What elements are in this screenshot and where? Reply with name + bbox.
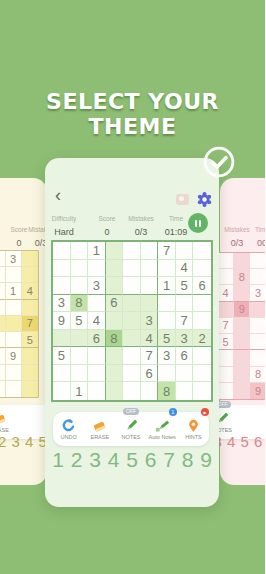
mistakes-value: 0/3	[123, 227, 159, 237]
numpad-digit-9[interactable]: 9	[197, 448, 215, 472]
back-button[interactable]: ‹	[55, 186, 61, 204]
sudoku-cell[interactable]	[141, 295, 159, 313]
sudoku-cell[interactable]: 3	[158, 347, 176, 365]
auto-notes-icon	[155, 418, 170, 433]
sudoku-cell[interactable]	[193, 295, 211, 313]
sudoku-cell[interactable]	[193, 312, 211, 330]
hints-ad-badge: ▶	[201, 408, 209, 416]
sudoku-cell[interactable]	[53, 277, 71, 295]
sudoku-cell[interactable]	[250, 334, 265, 350]
difficulty-stat: Difficulty Hard	[45, 215, 83, 237]
sudoku-cell[interactable]: 5	[53, 347, 71, 365]
sudoku-cell[interactable]	[123, 277, 141, 295]
sudoku-cell[interactable]	[234, 253, 250, 269]
sudoku-cell[interactable]: 5	[71, 312, 89, 330]
sudoku-cell[interactable]	[193, 347, 211, 365]
sudoku-cell[interactable]	[123, 260, 141, 278]
sudoku-cell[interactable]	[234, 350, 250, 366]
numpad-digit-5[interactable]: 5	[123, 448, 141, 472]
hints-button[interactable]: ▶ HINTS	[178, 412, 209, 446]
sudoku-cell[interactable]	[106, 242, 124, 260]
sudoku-cell[interactable]	[53, 260, 71, 278]
sudoku-cell[interactable]	[71, 242, 89, 260]
score-value: 0	[89, 227, 125, 237]
sudoku-cell[interactable]	[88, 260, 106, 278]
sudoku-cell[interactable]	[6, 332, 22, 348]
sudoku-cell[interactable]	[193, 365, 211, 383]
sudoku-cell[interactable]	[53, 365, 71, 383]
sudoku-cell[interactable]	[158, 365, 176, 383]
sudoku-cell[interactable]	[71, 277, 89, 295]
sudoku-cell[interactable]: 3	[250, 285, 265, 301]
numpad-digit-7[interactable]: 7	[160, 448, 178, 472]
sudoku-cell[interactable]	[123, 330, 141, 348]
sudoku-cell[interactable]: 7	[22, 316, 38, 332]
sudoku-cell[interactable]	[123, 312, 141, 330]
sudoku-cell[interactable]	[22, 267, 38, 283]
sudoku-cell[interactable]	[123, 347, 141, 365]
theme-icon[interactable]	[176, 194, 189, 205]
sudoku-cell[interactable]: 7	[158, 242, 176, 260]
sudoku-cell[interactable]	[218, 367, 234, 383]
sudoku-cell[interactable]	[176, 365, 194, 383]
sudoku-cell[interactable]: 8	[71, 295, 89, 313]
sudoku-cell[interactable]: 9	[234, 302, 250, 318]
numpad-digit-8[interactable]: 8	[179, 448, 197, 472]
theme-card-pink[interactable]: Mistakes 0/3 Time 00 84397589 OFF NOTES	[220, 178, 265, 485]
notes-off-badge: OFF	[123, 408, 139, 415]
sudoku-cell[interactable]	[106, 312, 124, 330]
sudoku-cell[interactable]	[53, 242, 71, 260]
sudoku-cell[interactable]: 4	[141, 330, 159, 348]
hint-lamp-icon	[186, 418, 201, 433]
sudoku-cell[interactable]	[234, 334, 250, 350]
numpad-digit-5[interactable]: 5	[238, 433, 252, 450]
sudoku-cell[interactable]	[123, 382, 141, 400]
numpad-digit-4[interactable]: 4	[225, 433, 239, 450]
sudoku-cell[interactable]	[71, 365, 89, 383]
sudoku-cell[interactable]: 2	[193, 330, 211, 348]
sudoku-cell[interactable]: 6	[193, 277, 211, 295]
sudoku-cell[interactable]	[53, 330, 71, 348]
sudoku-cell[interactable]: 1	[158, 277, 176, 295]
sudoku-cell[interactable]	[106, 382, 124, 400]
sudoku-cell[interactable]	[218, 253, 234, 269]
sudoku-cell[interactable]	[193, 242, 211, 260]
time-label: Time	[244, 226, 265, 233]
numpad-digit-4[interactable]: 4	[23, 433, 37, 450]
sudoku-cell[interactable]	[88, 365, 106, 383]
sudoku-cell[interactable]	[234, 367, 250, 383]
sudoku-cell[interactable]	[6, 381, 22, 397]
sudoku-cell[interactable]	[141, 277, 159, 295]
sudoku-cell[interactable]: 9	[53, 312, 71, 330]
erase-button[interactable]: ERASE	[84, 412, 115, 446]
sudoku-cell[interactable]	[22, 300, 38, 316]
sudoku-cell[interactable]	[71, 330, 89, 348]
sudoku-cell[interactable]	[141, 382, 159, 400]
sudoku-cell[interactable]: 8	[250, 367, 265, 383]
sudoku-cell[interactable]: 3	[176, 330, 194, 348]
eraser-icon	[0, 411, 7, 426]
difficulty-value: Hard	[45, 227, 83, 237]
sudoku-cell[interactable]	[22, 348, 38, 364]
undo-button[interactable]: UNDO	[53, 412, 84, 446]
sudoku-cell[interactable]: 1	[88, 242, 106, 260]
sudoku-cell[interactable]	[88, 295, 106, 313]
notes-label: NOTES	[122, 434, 141, 440]
sudoku-cell[interactable]: 8	[106, 330, 124, 348]
sudoku-cell[interactable]: 9	[250, 383, 265, 399]
sudoku-cell[interactable]	[123, 242, 141, 260]
time-stat: Time 00	[244, 226, 265, 248]
numpad-digit-2[interactable]: 2	[68, 448, 86, 472]
erase-label: ERASE	[90, 434, 109, 440]
sudoku-cell[interactable]: 3	[141, 312, 159, 330]
notes-button[interactable]: OFF NOTES	[115, 412, 146, 446]
sudoku-cell[interactable]	[71, 347, 89, 365]
sudoku-cell[interactable]: 7	[218, 318, 234, 334]
sudoku-cell[interactable]: 4	[22, 283, 38, 299]
sudoku-cell[interactable]	[176, 382, 194, 400]
sudoku-board-pink[interactable]: 84397589	[217, 252, 265, 400]
sudoku-cell[interactable]: 3	[53, 295, 71, 313]
sudoku-cell[interactable]: 5	[218, 334, 234, 350]
sudoku-cell[interactable]	[106, 365, 124, 383]
sudoku-cell[interactable]	[158, 312, 176, 330]
sudoku-cell[interactable]	[71, 260, 89, 278]
sudoku-cell[interactable]	[88, 382, 106, 400]
sudoku-board[interactable]: 1743156386954376845325736618	[51, 240, 213, 402]
sudoku-cell[interactable]	[250, 318, 265, 334]
score-stat: Score 0	[89, 215, 125, 237]
selected-check-icon	[203, 146, 235, 178]
numpad-digit-6[interactable]: 6	[252, 433, 266, 450]
sudoku-cell[interactable]	[88, 347, 106, 365]
numpad-digit-4[interactable]: 4	[105, 448, 123, 472]
sudoku-cell[interactable]	[234, 383, 250, 399]
undo-icon	[61, 418, 76, 433]
sudoku-cell[interactable]: 8	[234, 269, 250, 285]
sudoku-board-yellow[interactable]: 314237595	[0, 250, 39, 398]
sudoku-cell[interactable]	[158, 295, 176, 313]
sudoku-cell[interactable]: 5	[176, 277, 194, 295]
sudoku-cell[interactable]	[250, 269, 265, 285]
sudoku-cell[interactable]: 6	[106, 295, 124, 313]
undo-label: UNDO	[61, 434, 77, 440]
settings-gear-icon[interactable]	[196, 191, 213, 208]
sudoku-cell[interactable]	[218, 383, 234, 399]
sudoku-cell[interactable]: 8	[158, 382, 176, 400]
sudoku-cell[interactable]	[250, 350, 265, 366]
sudoku-cell[interactable]: 6	[176, 347, 194, 365]
sudoku-cell[interactable]	[176, 295, 194, 313]
sudoku-cell[interactable]	[250, 302, 265, 318]
sudoku-cell[interactable]: 4	[88, 312, 106, 330]
sudoku-cell[interactable]	[22, 251, 38, 267]
mistakes-label: Mistakes	[123, 215, 159, 222]
sudoku-cell[interactable]	[250, 253, 265, 269]
numpad-digit-6[interactable]: 6	[142, 448, 160, 472]
app-screen: SELECT YOUR THEME Score 0 Mistakes 0/3 3…	[0, 0, 265, 574]
sudoku-cell[interactable]: 3	[6, 251, 22, 267]
toolbar: UNDO ERASE OFF NOTES 1	[53, 412, 209, 446]
sudoku-cell[interactable]	[6, 300, 22, 316]
time-value: 00	[244, 238, 265, 248]
sudoku-cell[interactable]: 4	[218, 285, 234, 301]
numpad-digit-3[interactable]: 3	[86, 448, 104, 472]
auto-notes-label: Auto Notes	[149, 434, 176, 440]
theme-card-yellow[interactable]: Score 0 Mistakes 0/3 314237595 ERASE NOT…	[0, 178, 47, 485]
sudoku-cell[interactable]	[22, 381, 38, 397]
sudoku-cell[interactable]	[218, 302, 234, 318]
hints-label: HINTS	[185, 434, 202, 440]
sudoku-cell[interactable]	[234, 285, 250, 301]
sudoku-cell[interactable]: 5	[158, 330, 176, 348]
sudoku-cell[interactable]	[106, 260, 124, 278]
sudoku-cell[interactable]: 6	[88, 330, 106, 348]
eraser-icon	[92, 418, 107, 433]
sudoku-cell[interactable]	[141, 242, 159, 260]
sudoku-cell[interactable]	[141, 260, 159, 278]
score-label: Score	[89, 215, 125, 222]
sudoku-cell[interactable]	[106, 347, 124, 365]
sudoku-cell[interactable]	[123, 295, 141, 313]
sudoku-cell[interactable]: 9	[6, 348, 22, 364]
sudoku-cell[interactable]: 1	[6, 283, 22, 299]
pencil-icon	[124, 418, 139, 433]
sudoku-cell[interactable]: 7	[176, 312, 194, 330]
sudoku-cell[interactable]	[6, 267, 22, 283]
sudoku-cell[interactable]	[193, 260, 211, 278]
numpad-digit-2[interactable]: 2	[0, 433, 9, 450]
theme-card-green: ‹ Difficulty Hard Score 0 Mistakes 0/3 T…	[45, 158, 219, 507]
sudoku-cell[interactable]: 4	[176, 260, 194, 278]
sudoku-cell[interactable]	[158, 260, 176, 278]
sudoku-cell[interactable]	[218, 269, 234, 285]
sudoku-cell[interactable]	[123, 365, 141, 383]
sudoku-cell[interactable]	[22, 365, 38, 381]
sudoku-cell[interactable]	[6, 365, 22, 381]
sudoku-cell[interactable]: 1	[71, 382, 89, 400]
sudoku-cell[interactable]	[234, 318, 250, 334]
sudoku-cell[interactable]	[193, 382, 211, 400]
sudoku-cell[interactable]: 6	[141, 365, 159, 383]
page-title: SELECT YOUR THEME	[0, 89, 265, 139]
numpad-digit-1[interactable]: 1	[49, 448, 67, 472]
auto-notes-count-badge: 1	[169, 408, 177, 416]
mistakes-stat: Mistakes 0/3	[123, 215, 159, 237]
sudoku-cell[interactable]: 5	[22, 332, 38, 348]
pause-button[interactable]	[188, 213, 208, 233]
numpad[interactable]: 123456789	[49, 448, 215, 472]
sudoku-cell[interactable]	[218, 350, 234, 366]
sudoku-cell[interactable]	[176, 242, 194, 260]
difficulty-label: Difficulty	[45, 215, 83, 222]
sudoku-cell[interactable]	[106, 277, 124, 295]
sudoku-cell[interactable]: 7	[141, 347, 159, 365]
sudoku-cell[interactable]	[53, 382, 71, 400]
sudoku-cell[interactable]	[6, 316, 22, 332]
auto-notes-button[interactable]: 1 Auto Notes	[147, 412, 178, 446]
sudoku-cell[interactable]: 3	[88, 277, 106, 295]
numpad-digit-3[interactable]: 3	[9, 433, 23, 450]
